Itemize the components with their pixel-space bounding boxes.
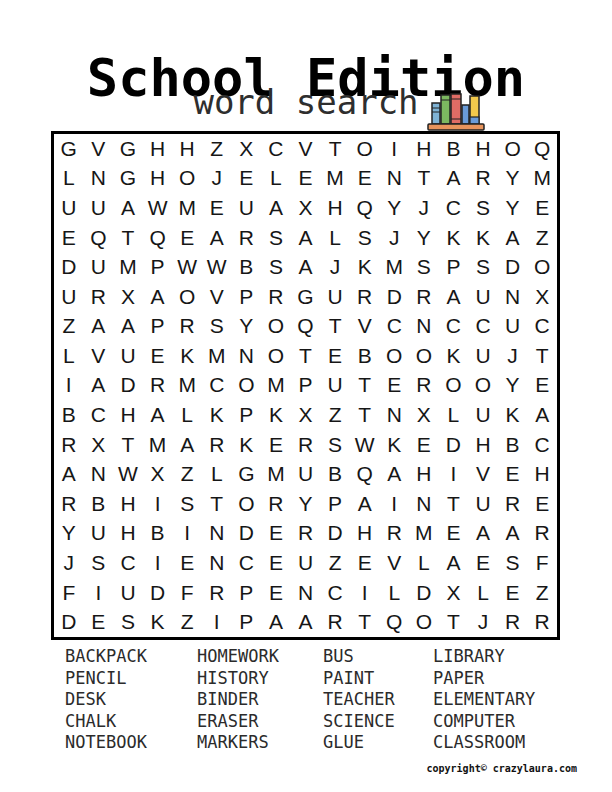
grid-cell-r3c4[interactable]: W [143,193,173,223]
grid-cell-r14c11[interactable]: H [350,519,380,549]
grid-cell-r16c14[interactable]: X [439,578,469,608]
grid-cell-r1c15[interactable]: H [468,134,498,164]
grid-cell-r16c10[interactable]: C [320,578,350,608]
grid-cell-r3c15[interactable]: S [468,193,498,223]
grid-cell-r17c3[interactable]: S [113,607,143,637]
grid-cell-r5c8[interactable]: S [261,252,291,282]
grid-cell-r17c14[interactable]: T [439,607,469,637]
grid-cell-r3c9[interactable]: X [291,193,321,223]
grid-cell-r12c7[interactable]: G [232,459,262,489]
grid-cell-r11c7[interactable]: K [232,430,262,460]
grid-cell-r11c1[interactable]: R [54,430,84,460]
grid-cell-r12c16[interactable]: E [498,459,528,489]
grid-cell-r5c4[interactable]: P [143,252,173,282]
grid-cell-r4c15[interactable]: K [468,223,498,253]
word-item: TEACHER [323,689,433,711]
grid-cell-r8c11[interactable]: B [350,341,380,371]
grid-cell-r5c12[interactable]: M [379,252,409,282]
grid-cell-r17c12[interactable]: Q [379,607,409,637]
grid-cell-r2c13[interactable]: T [409,164,439,194]
grid-cell-r4c1[interactable]: E [54,223,84,253]
grid-cell-r5c14[interactable]: P [439,252,469,282]
word-item: DESK [65,689,197,711]
word-search-grid: GVGHHZXCVTOIHBHOQLNGHOJELEMENTARYMUUAWME… [51,131,560,640]
grid-cell-r12c4[interactable]: X [143,459,173,489]
grid-cell-r6c12[interactable]: D [379,282,409,312]
grid-cell-r4c3[interactable]: T [113,223,143,253]
grid-cell-r6c10[interactable]: U [320,282,350,312]
grid-cell-r11c15[interactable]: H [468,430,498,460]
grid-cell-r6c13[interactable]: R [409,282,439,312]
grid-cell-r17c11[interactable]: T [350,607,380,637]
grid-cell-r9c7[interactable]: O [232,371,262,401]
grid-cell-r2c2[interactable]: N [84,164,114,194]
grid-cell-r15c7[interactable]: C [232,548,262,578]
grid-cell-r9c6[interactable]: C [202,371,232,401]
grid-cell-r14c8[interactable]: E [261,519,291,549]
grid-cell-r16c13[interactable]: D [409,578,439,608]
grid-cell-r9c12[interactable]: E [379,371,409,401]
grid-cell-r4c12[interactable]: J [379,223,409,253]
grid-cell-r16c11[interactable]: I [350,578,380,608]
grid-cell-r14c10[interactable]: D [320,519,350,549]
grid-cell-r9c13[interactable]: R [409,371,439,401]
grid-cell-r16c6[interactable]: R [202,578,232,608]
grid-cell-r2c7[interactable]: E [232,164,262,194]
grid-cell-r12c1[interactable]: A [54,459,84,489]
grid-cell-r1c5[interactable]: H [172,134,202,164]
grid-cell-r13c5[interactable]: S [172,489,202,519]
grid-cell-r16c3[interactable]: U [113,578,143,608]
grid-cell-r5c6[interactable]: W [202,252,232,282]
grid-cell-r1c3[interactable]: G [113,134,143,164]
grid-cell-r5c13[interactable]: S [409,252,439,282]
grid-cell-r10c16[interactable]: K [498,400,528,430]
grid-cell-r16c17[interactable]: Z [527,578,557,608]
grid-cell-r6c8[interactable]: R [261,282,291,312]
grid-cell-r10c10[interactable]: Z [320,400,350,430]
grid-cell-r4c14[interactable]: K [439,223,469,253]
grid-cell-r6c2[interactable]: R [84,282,114,312]
grid-cell-r17c5[interactable]: Z [172,607,202,637]
grid-cell-r9c14[interactable]: O [439,371,469,401]
grid-cell-r1c11[interactable]: O [350,134,380,164]
grid-cell-r9c9[interactable]: P [291,371,321,401]
grid-cell-r7c2[interactable]: A [84,312,114,342]
grid-cell-r13c16[interactable]: R [498,489,528,519]
grid-cell-r12c2[interactable]: N [84,459,114,489]
grid-cell-r13c2[interactable]: B [84,489,114,519]
grid-cell-r13c7[interactable]: O [232,489,262,519]
grid-cell-r2c6[interactable]: J [202,164,232,194]
grid-cell-r7c3[interactable]: A [113,312,143,342]
grid-cell-r15c14[interactable]: A [439,548,469,578]
grid-cell-r17c9[interactable]: A [291,607,321,637]
grid-cell-r6c6[interactable]: V [202,282,232,312]
grid-cell-r6c16[interactable]: N [498,282,528,312]
grid-cell-r3c2[interactable]: U [84,193,114,223]
grid-cell-r17c7[interactable]: P [232,607,262,637]
grid-cell-r15c5[interactable]: E [172,548,202,578]
grid-cell-r14c16[interactable]: A [498,519,528,549]
grid-cell-r5c1[interactable]: D [54,252,84,282]
grid-cell-r11c9[interactable]: R [291,430,321,460]
grid-cell-r6c15[interactable]: U [468,282,498,312]
grid-cell-r10c3[interactable]: H [113,400,143,430]
grid-cell-r1c12[interactable]: I [379,134,409,164]
grid-cell-r10c7[interactable]: P [232,400,262,430]
grid-cell-r16c2[interactable]: I [84,578,114,608]
grid-cell-r13c11[interactable]: A [350,489,380,519]
grid-cell-r13c8[interactable]: R [261,489,291,519]
grid-cell-r1c10[interactable]: T [320,134,350,164]
grid-cell-r11c16[interactable]: B [498,430,528,460]
grid-cell-r11c13[interactable]: E [409,430,439,460]
grid-cell-r9c10[interactable]: U [320,371,350,401]
grid-cell-r3c17[interactable]: E [527,193,557,223]
word-list-column-1: BACKPACKPENCILDESKCHALKNOTEBOOK [65,646,197,754]
grid-cell-r14c2[interactable]: U [84,519,114,549]
grid-cell-r1c4[interactable]: H [143,134,173,164]
grid-cell-r12c3[interactable]: W [113,459,143,489]
grid-cell-r14c7[interactable]: D [232,519,262,549]
grid-cell-r17c10[interactable]: R [320,607,350,637]
grid-cell-r1c13[interactable]: H [409,134,439,164]
grid-cell-r3c3[interactable]: A [113,193,143,223]
grid-cell-r6c3[interactable]: X [113,282,143,312]
grid-cell-r7c6[interactable]: S [202,312,232,342]
grid-cell-r8c10[interactable]: E [320,341,350,371]
grid-cell-r17c8[interactable]: A [261,607,291,637]
grid-cell-r4c7[interactable]: R [232,223,262,253]
grid-cell-r16c12[interactable]: L [379,578,409,608]
grid-cell-r9c4[interactable]: R [143,371,173,401]
grid-cell-r1c2[interactable]: V [84,134,114,164]
grid-cell-r5c17[interactable]: O [527,252,557,282]
page-subtitle: word search [0,84,612,121]
grid-cell-r2c3[interactable]: G [113,164,143,194]
grid-cell-r10c2[interactable]: C [84,400,114,430]
grid-cell-r16c8[interactable]: E [261,578,291,608]
grid-cell-r15c4[interactable]: I [143,548,173,578]
grid-cell-r8c15[interactable]: U [468,341,498,371]
grid-cell-r7c15[interactable]: C [468,312,498,342]
grid-cell-r10c8[interactable]: K [261,400,291,430]
grid-cell-r4c11[interactable]: S [350,223,380,253]
grid-cell-r13c14[interactable]: T [439,489,469,519]
grid-cell-r11c6[interactable]: R [202,430,232,460]
grid-cell-r10c11[interactable]: T [350,400,380,430]
grid-cell-r1c16[interactable]: O [498,134,528,164]
grid-cell-r12c17[interactable]: H [527,459,557,489]
grid-cell-r15c15[interactable]: E [468,548,498,578]
grid-cell-r12c5[interactable]: Z [172,459,202,489]
grid-cell-r12c15[interactable]: V [468,459,498,489]
grid-cell-r12c11[interactable]: Q [350,459,380,489]
grid-cell-r5c7[interactable]: B [232,252,262,282]
grid-cell-r8c2[interactable]: V [84,341,114,371]
grid-cell-r12c8[interactable]: M [261,459,291,489]
grid-cell-r13c3[interactable]: H [113,489,143,519]
grid-cell-r16c9[interactable]: N [291,578,321,608]
grid-cell-r10c17[interactable]: A [527,400,557,430]
grid-cell-r15c12[interactable]: V [379,548,409,578]
grid-cell-r2c14[interactable]: A [439,164,469,194]
grid-cell-r12c12[interactable]: A [379,459,409,489]
grid-cell-r6c17[interactable]: X [527,282,557,312]
grid-cell-r8c7[interactable]: N [232,341,262,371]
grid-cell-r1c1[interactable]: G [54,134,84,164]
grid-cell-r11c10[interactable]: S [320,430,350,460]
grid-cell-r13c1[interactable]: R [54,489,84,519]
grid-cell-r15c13[interactable]: L [409,548,439,578]
grid-cell-r6c1[interactable]: U [54,282,84,312]
grid-cell-r14c15[interactable]: A [468,519,498,549]
grid-cell-r10c4[interactable]: A [143,400,173,430]
grid-cell-r17c15[interactable]: J [468,607,498,637]
grid-cell-r2c12[interactable]: N [379,164,409,194]
grid-cell-r14c13[interactable]: M [409,519,439,549]
word-list-column-4: LIBRARYPAPERELEMENTARYCOMPUTERCLASSROOM [433,646,535,754]
grid-cell-r6c5[interactable]: O [172,282,202,312]
grid-cell-r11c4[interactable]: M [143,430,173,460]
word-item: BACKPACK [65,646,197,668]
grid-cell-r4c13[interactable]: Y [409,223,439,253]
grid-cell-r8c14[interactable]: K [439,341,469,371]
grid-cell-r3c6[interactable]: E [202,193,232,223]
grid-cell-r3c5[interactable]: M [172,193,202,223]
grid-cell-r5c2[interactable]: U [84,252,114,282]
grid-cell-r17c6[interactable]: I [202,607,232,637]
grid-cell-r10c13[interactable]: X [409,400,439,430]
grid-cell-r8c13[interactable]: O [409,341,439,371]
grid-cell-r7c10[interactable]: T [320,312,350,342]
grid-cell-r2c1[interactable]: L [54,164,84,194]
grid-cell-r16c7[interactable]: P [232,578,262,608]
grid-cell-r17c16[interactable]: R [498,607,528,637]
grid-cell-r8c5[interactable]: K [172,341,202,371]
grid-cell-r7c11[interactable]: V [350,312,380,342]
grid-cell-r15c2[interactable]: S [84,548,114,578]
grid-cell-r10c14[interactable]: L [439,400,469,430]
copyright-text: copyright© crazylaura.com [426,763,577,774]
grid-cell-r14c1[interactable]: Y [54,519,84,549]
grid-cell-r5c16[interactable]: D [498,252,528,282]
grid-cell-r5c15[interactable]: S [468,252,498,282]
grid-cell-r12c14[interactable]: I [439,459,469,489]
grid-cell-r15c9[interactable]: U [291,548,321,578]
grid-cell-r9c17[interactable]: E [527,371,557,401]
grid-cell-r7c14[interactable]: C [439,312,469,342]
grid-cell-r11c11[interactable]: W [350,430,380,460]
grid-cell-r7c7[interactable]: Y [232,312,262,342]
grid-cell-r5c10[interactable]: J [320,252,350,282]
grid-cell-r2c17[interactable]: M [527,164,557,194]
grid-cell-r9c5[interactable]: M [172,371,202,401]
grid-cell-r4c5[interactable]: E [172,223,202,253]
grid-cell-r14c3[interactable]: H [113,519,143,549]
grid-cell-r7c5[interactable]: R [172,312,202,342]
grid-cell-r15c1[interactable]: J [54,548,84,578]
grid-cell-r4c16[interactable]: A [498,223,528,253]
grid-cell-r10c12[interactable]: N [379,400,409,430]
grid-cell-r2c4[interactable]: H [143,164,173,194]
grid-cell-r4c6[interactable]: A [202,223,232,253]
grid-cell-r3c1[interactable]: U [54,193,84,223]
grid-cell-r8c1[interactable]: L [54,341,84,371]
grid-cell-r7c1[interactable]: Z [54,312,84,342]
grid-cell-r17c17[interactable]: R [527,607,557,637]
grid-cell-r7c13[interactable]: N [409,312,439,342]
grid-cell-r11c12[interactable]: K [379,430,409,460]
grid-cell-r13c15[interactable]: U [468,489,498,519]
grid-cell-r1c7[interactable]: X [232,134,262,164]
grid-cell-r14c5[interactable]: I [172,519,202,549]
grid-cell-r4c10[interactable]: L [320,223,350,253]
grid-cell-r9c3[interactable]: D [113,371,143,401]
grid-cell-r3c14[interactable]: C [439,193,469,223]
grid-cell-r13c12[interactable]: I [379,489,409,519]
grid-cell-r11c14[interactable]: D [439,430,469,460]
grid-cell-r3c11[interactable]: Q [350,193,380,223]
grid-cell-r11c2[interactable]: X [84,430,114,460]
grid-cell-r3c10[interactable]: H [320,193,350,223]
grid-cell-r6c11[interactable]: R [350,282,380,312]
grid-cell-r9c16[interactable]: Y [498,371,528,401]
grid-cell-r14c9[interactable]: R [291,519,321,549]
grid-cell-r10c6[interactable]: K [202,400,232,430]
grid-cell-r11c8[interactable]: E [261,430,291,460]
grid-cell-r5c11[interactable]: K [350,252,380,282]
grid-cell-r14c14[interactable]: E [439,519,469,549]
grid-cell-r16c1[interactable]: F [54,578,84,608]
grid-cell-r16c5[interactable]: F [172,578,202,608]
grid-cell-r8c12[interactable]: O [379,341,409,371]
word-item: MARKERS [197,732,323,754]
grid-cell-r9c2[interactable]: A [84,371,114,401]
grid-cell-r1c8[interactable]: C [261,134,291,164]
grid-cell-r13c10[interactable]: P [320,489,350,519]
grid-cell-r13c17[interactable]: E [527,489,557,519]
grid-cell-r13c6[interactable]: T [202,489,232,519]
grid-cell-r17c13[interactable]: O [409,607,439,637]
grid-cell-r15c17[interactable]: F [527,548,557,578]
grid-cell-r2c10[interactable]: M [320,164,350,194]
grid-cell-r7c16[interactable]: U [498,312,528,342]
grid-cell-r1c9[interactable]: V [291,134,321,164]
grid-cell-r4c17[interactable]: Z [527,223,557,253]
grid-cell-r10c1[interactable]: B [54,400,84,430]
grid-cell-r16c4[interactable]: D [143,578,173,608]
grid-cell-r15c8[interactable]: E [261,548,291,578]
grid-cell-r15c10[interactable]: Z [320,548,350,578]
grid-cell-r17c2[interactable]: E [84,607,114,637]
grid-cell-r11c17[interactable]: C [527,430,557,460]
grid-cell-r9c11[interactable]: T [350,371,380,401]
grid-cell-r8c4[interactable]: E [143,341,173,371]
grid-cell-r2c9[interactable]: E [291,164,321,194]
word-item: GLUE [323,732,433,754]
grid-cell-r12c10[interactable]: B [320,459,350,489]
grid-cell-r7c12[interactable]: C [379,312,409,342]
grid-cell-r11c5[interactable]: A [172,430,202,460]
grid-cell-r8c16[interactable]: J [498,341,528,371]
grid-cell-r2c8[interactable]: L [261,164,291,194]
grid-cell-r9c15[interactable]: O [468,371,498,401]
grid-cell-r17c4[interactable]: K [143,607,173,637]
grid-cell-r5c5[interactable]: W [172,252,202,282]
grid-cell-r2c11[interactable]: E [350,164,380,194]
grid-cell-r14c4[interactable]: B [143,519,173,549]
grid-cell-r1c6[interactable]: Z [202,134,232,164]
grid-cell-r8c3[interactable]: U [113,341,143,371]
grid-cell-r6c7[interactable]: P [232,282,262,312]
grid-cell-r8c17[interactable]: T [527,341,557,371]
grid-cell-r3c12[interactable]: Y [379,193,409,223]
grid-cell-r10c9[interactable]: X [291,400,321,430]
grid-cell-r6c9[interactable]: G [291,282,321,312]
grid-cell-r2c15[interactable]: R [468,164,498,194]
grid-cell-r14c12[interactable]: R [379,519,409,549]
grid-cell-r7c8[interactable]: O [261,312,291,342]
grid-cell-r5c3[interactable]: M [113,252,143,282]
grid-cell-r16c15[interactable]: L [468,578,498,608]
grid-cell-r17c1[interactable]: D [54,607,84,637]
grid-cell-r9c1[interactable]: I [54,371,84,401]
grid-cell-r13c13[interactable]: N [409,489,439,519]
grid-cell-r2c5[interactable]: O [172,164,202,194]
grid-cell-r1c17[interactable]: Q [527,134,557,164]
grid-cell-r2c16[interactable]: Y [498,164,528,194]
grid-cell-r3c7[interactable]: U [232,193,262,223]
grid-cell-r3c16[interactable]: Y [498,193,528,223]
grid-cell-r4c4[interactable]: Q [143,223,173,253]
grid-cell-r13c9[interactable]: Y [291,489,321,519]
grid-cell-r8c6[interactable]: M [202,341,232,371]
grid-cell-r15c11[interactable]: E [350,548,380,578]
grid-cell-r9c8[interactable]: M [261,371,291,401]
grid-cell-r4c2[interactable]: Q [84,223,114,253]
grid-cell-r7c9[interactable]: Q [291,312,321,342]
grid-cell-r4c8[interactable]: S [261,223,291,253]
grid-cell-r6c4[interactable]: A [143,282,173,312]
grid-cell-r12c9[interactable]: U [291,459,321,489]
grid-cell-r3c13[interactable]: J [409,193,439,223]
grid-cell-r12c13[interactable]: H [409,459,439,489]
grid-cell-r15c6[interactable]: N [202,548,232,578]
grid-cell-r8c9[interactable]: T [291,341,321,371]
grid-cell-r16c16[interactable]: E [498,578,528,608]
grid-cell-r3c8[interactable]: A [261,193,291,223]
grid-cell-r14c17[interactable]: R [527,519,557,549]
grid-cell-r4c9[interactable]: A [291,223,321,253]
grid-cell-r10c15[interactable]: U [468,400,498,430]
word-item: CLASSROOM [433,732,535,754]
grid-cell-r15c16[interactable]: S [498,548,528,578]
grid-cell-r7c4[interactable]: P [143,312,173,342]
grid-cell-r14c6[interactable]: N [202,519,232,549]
grid-cell-r15c3[interactable]: C [113,548,143,578]
grid-cell-r5c9[interactable]: A [291,252,321,282]
grid-cell-r8c8[interactable]: O [261,341,291,371]
grid-cell-r10c5[interactable]: L [172,400,202,430]
grid-cell-r11c3[interactable]: T [113,430,143,460]
grid-cell-r12c6[interactable]: L [202,459,232,489]
grid-cell-r6c14[interactable]: A [439,282,469,312]
grid-cell-r1c14[interactable]: B [439,134,469,164]
grid-cell-r7c17[interactable]: C [527,312,557,342]
grid-cell-r13c4[interactable]: I [143,489,173,519]
